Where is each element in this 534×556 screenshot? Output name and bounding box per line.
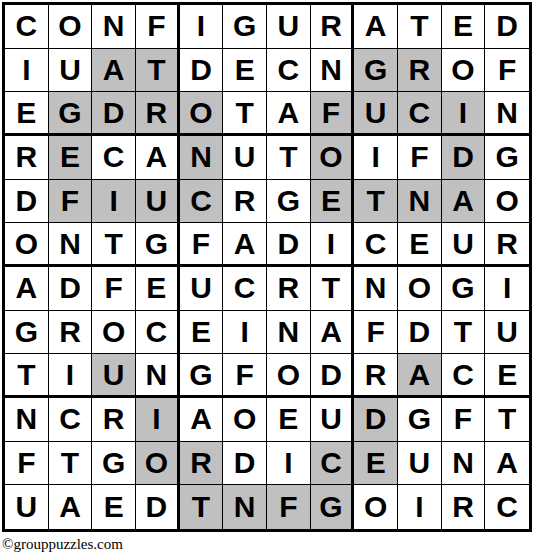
cell-r11c2: T — [49, 442, 93, 486]
cell-r4c6: U — [223, 136, 267, 180]
cell-r1c1: C — [5, 5, 49, 49]
cell-r1c7: U — [267, 5, 311, 49]
cell-r6c10: E — [398, 223, 442, 267]
cell-r9c10: A — [398, 354, 442, 398]
cell-r10c3: R — [92, 398, 136, 442]
cell-r7c1: A — [5, 267, 49, 311]
cell-r5c6: R — [223, 180, 267, 224]
cell-r9c3: U — [92, 354, 136, 398]
cell-r9c7: O — [267, 354, 311, 398]
cell-r7c11: G — [442, 267, 486, 311]
cell-r2c8: N — [311, 49, 355, 93]
cell-r4c8: O — [311, 136, 355, 180]
cell-r7c8: T — [311, 267, 355, 311]
cell-r3c8: F — [311, 92, 355, 136]
cell-r5c10: N — [398, 180, 442, 224]
cell-r3c7: A — [267, 92, 311, 136]
cell-r10c2: C — [49, 398, 93, 442]
cell-r6c3: T — [92, 223, 136, 267]
cell-r4c4: A — [136, 136, 180, 180]
cell-r4c1: R — [5, 136, 49, 180]
cell-r8c2: R — [49, 311, 93, 355]
cell-r4c10: F — [398, 136, 442, 180]
cell-r9c8: D — [311, 354, 355, 398]
cell-r11c11: N — [442, 442, 486, 486]
puzzle-grid: CONFIGURATEDIUATDECNGROFEGDROTAFUCINRECA… — [2, 2, 532, 532]
cell-r6c4: G — [136, 223, 180, 267]
cell-r8c3: O — [92, 311, 136, 355]
cell-r7c3: F — [92, 267, 136, 311]
cell-r11c6: D — [223, 442, 267, 486]
cell-r12c7: F — [267, 485, 311, 529]
cell-r4c2: E — [49, 136, 93, 180]
cell-r6c2: N — [49, 223, 93, 267]
cell-r3c3: D — [92, 92, 136, 136]
cell-r10c9: D — [354, 398, 398, 442]
cell-r9c5: G — [180, 354, 224, 398]
cell-r8c6: I — [223, 311, 267, 355]
cell-r6c5: F — [180, 223, 224, 267]
cell-r5c3: I — [92, 180, 136, 224]
cell-r12c4: D — [136, 485, 180, 529]
cell-r6c7: D — [267, 223, 311, 267]
cell-r7c7: R — [267, 267, 311, 311]
cell-r11c5: R — [180, 442, 224, 486]
cell-r8c7: N — [267, 311, 311, 355]
cell-r7c10: O — [398, 267, 442, 311]
cell-r9c12: E — [485, 354, 529, 398]
cell-r3c10: C — [398, 92, 442, 136]
cell-r3c9: U — [354, 92, 398, 136]
cell-r7c6: C — [223, 267, 267, 311]
cell-r8c10: D — [398, 311, 442, 355]
cell-r12c1: U — [5, 485, 49, 529]
cell-r12c5: T — [180, 485, 224, 529]
cell-r8c12: U — [485, 311, 529, 355]
cell-r8c5: E — [180, 311, 224, 355]
cell-r3c12: N — [485, 92, 529, 136]
cell-r2c2: U — [49, 49, 93, 93]
cell-r1c4: F — [136, 5, 180, 49]
cell-r10c10: G — [398, 398, 442, 442]
cell-r6c9: C — [354, 223, 398, 267]
cell-r7c2: D — [49, 267, 93, 311]
cell-r6c1: O — [5, 223, 49, 267]
cell-r11c9: E — [354, 442, 398, 486]
cell-r9c2: I — [49, 354, 93, 398]
cell-r12c8: G — [311, 485, 355, 529]
cell-r5c11: A — [442, 180, 486, 224]
cell-r1c11: E — [442, 5, 486, 49]
cell-r8c11: T — [442, 311, 486, 355]
cell-r2c11: O — [442, 49, 486, 93]
cell-r6c8: I — [311, 223, 355, 267]
cell-r12c6: N — [223, 485, 267, 529]
cell-r9c1: T — [5, 354, 49, 398]
cell-r3c5: O — [180, 92, 224, 136]
cell-r6c12: R — [485, 223, 529, 267]
cell-r1c6: G — [223, 5, 267, 49]
cell-r4c9: I — [354, 136, 398, 180]
cell-r2c10: R — [398, 49, 442, 93]
cell-r12c3: E — [92, 485, 136, 529]
copyright-credit: ©grouppuzzles.com — [2, 536, 123, 553]
cell-r2c9: G — [354, 49, 398, 93]
cell-r9c9: R — [354, 354, 398, 398]
cell-r2c1: I — [5, 49, 49, 93]
cell-r1c5: I — [180, 5, 224, 49]
cell-r8c8: A — [311, 311, 355, 355]
cell-r11c4: O — [136, 442, 180, 486]
cell-r1c9: A — [354, 5, 398, 49]
cell-r4c11: D — [442, 136, 486, 180]
cell-r11c10: U — [398, 442, 442, 486]
cell-r5c12: O — [485, 180, 529, 224]
cell-r1c3: N — [92, 5, 136, 49]
cell-r5c4: U — [136, 180, 180, 224]
cell-r5c8: E — [311, 180, 355, 224]
cell-r12c12: C — [485, 485, 529, 529]
cell-r1c10: T — [398, 5, 442, 49]
cell-r1c2: O — [49, 5, 93, 49]
cell-r1c8: R — [311, 5, 355, 49]
cell-r5c1: D — [5, 180, 49, 224]
cell-r8c4: C — [136, 311, 180, 355]
cell-r5c5: C — [180, 180, 224, 224]
cell-r8c1: G — [5, 311, 49, 355]
cell-r11c1: F — [5, 442, 49, 486]
cell-r3c1: E — [5, 92, 49, 136]
cell-r5c9: T — [354, 180, 398, 224]
cell-r10c8: U — [311, 398, 355, 442]
cell-r2c3: A — [92, 49, 136, 93]
cell-r12c9: O — [354, 485, 398, 529]
cell-r4c12: G — [485, 136, 529, 180]
cell-r3c2: G — [49, 92, 93, 136]
cell-r10c6: O — [223, 398, 267, 442]
cell-r7c9: N — [354, 267, 398, 311]
cell-r2c7: C — [267, 49, 311, 93]
cell-r11c3: G — [92, 442, 136, 486]
cell-r12c2: A — [49, 485, 93, 529]
cell-r10c1: N — [5, 398, 49, 442]
cell-r5c2: F — [49, 180, 93, 224]
cell-r10c5: A — [180, 398, 224, 442]
cell-r2c5: D — [180, 49, 224, 93]
cell-r3c11: I — [442, 92, 486, 136]
cell-r10c7: E — [267, 398, 311, 442]
cell-r1c12: D — [485, 5, 529, 49]
cell-r11c8: C — [311, 442, 355, 486]
cell-r7c4: E — [136, 267, 180, 311]
cell-r5c7: G — [267, 180, 311, 224]
cell-r11c12: A — [485, 442, 529, 486]
cell-r6c11: U — [442, 223, 486, 267]
cell-r11c7: I — [267, 442, 311, 486]
cell-r10c11: F — [442, 398, 486, 442]
cell-r12c10: I — [398, 485, 442, 529]
cell-r7c12: I — [485, 267, 529, 311]
cell-r4c5: N — [180, 136, 224, 180]
cell-r12c11: R — [442, 485, 486, 529]
cell-r2c4: T — [136, 49, 180, 93]
cell-r10c4: I — [136, 398, 180, 442]
cell-r8c9: F — [354, 311, 398, 355]
cell-r9c11: C — [442, 354, 486, 398]
cell-r4c7: T — [267, 136, 311, 180]
cell-r3c4: R — [136, 92, 180, 136]
cell-r2c12: F — [485, 49, 529, 93]
cell-r3c6: T — [223, 92, 267, 136]
puzzle-page: CONFIGURATEDIUATDECNGROFEGDROTAFUCINRECA… — [0, 0, 534, 556]
cell-r10c12: T — [485, 398, 529, 442]
cell-r6c6: A — [223, 223, 267, 267]
cell-r2c6: E — [223, 49, 267, 93]
cell-r7c5: U — [180, 267, 224, 311]
cell-r9c4: N — [136, 354, 180, 398]
cell-r4c3: C — [92, 136, 136, 180]
cell-r9c6: F — [223, 354, 267, 398]
